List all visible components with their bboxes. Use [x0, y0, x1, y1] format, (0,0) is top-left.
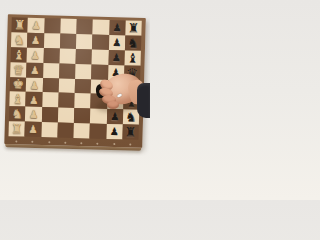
piece-bP: ♟	[111, 67, 121, 78]
square[interactable]	[58, 108, 75, 123]
square[interactable]	[59, 48, 76, 63]
piece-bP: ♟	[111, 82, 121, 93]
square[interactable]	[43, 33, 60, 48]
piece-wP: ♟	[28, 124, 38, 135]
piece-bP: ♟	[111, 52, 121, 63]
square[interactable]	[42, 78, 59, 93]
square[interactable]: ♚	[123, 80, 140, 95]
square[interactable]	[91, 64, 108, 79]
notation-dot	[129, 143, 131, 145]
square[interactable]	[58, 93, 75, 108]
piece-wB: ♝	[13, 48, 25, 61]
square[interactable]	[60, 33, 77, 48]
square[interactable]: ♟	[107, 79, 124, 94]
square[interactable]: ♟	[26, 77, 43, 92]
square[interactable]: ♟	[25, 122, 42, 137]
piece-bP: ♟	[110, 97, 120, 108]
square[interactable]: ♟	[108, 50, 125, 65]
piece-wP: ♟	[29, 109, 39, 120]
piece-wP: ♟	[30, 50, 40, 61]
piece-wR: ♜	[14, 18, 26, 31]
notation-dot	[64, 141, 66, 143]
square[interactable]	[74, 108, 91, 123]
square[interactable]: ♟	[27, 33, 44, 48]
square[interactable]: ♟	[26, 62, 43, 77]
square[interactable]	[43, 48, 60, 63]
square[interactable]: ♟	[106, 109, 123, 124]
piece-bP: ♟	[112, 37, 122, 48]
piece-wB: ♝	[12, 93, 24, 106]
square[interactable]	[60, 19, 77, 34]
square[interactable]: ♟	[108, 65, 125, 80]
square[interactable]	[41, 122, 58, 137]
square[interactable]	[90, 124, 107, 139]
piece-bK: ♚	[126, 81, 138, 94]
square[interactable]	[76, 34, 93, 49]
square[interactable]	[91, 79, 108, 94]
piece-bQ: ♛	[126, 66, 138, 79]
square[interactable]	[58, 78, 75, 93]
notation-dot	[113, 143, 115, 145]
piece-wN: ♞	[11, 107, 23, 120]
square[interactable]	[44, 18, 61, 33]
square[interactable]	[75, 64, 92, 79]
square[interactable]: ♜	[125, 20, 142, 35]
notation-dot	[32, 140, 34, 142]
square[interactable]: ♝	[123, 95, 140, 110]
piece-wP: ♟	[30, 65, 40, 76]
piece-bB: ♝	[127, 51, 139, 64]
square[interactable]: ♞	[9, 106, 26, 121]
square[interactable]: ♟	[109, 20, 126, 35]
piece-bN: ♞	[125, 111, 137, 124]
square[interactable]	[42, 92, 59, 107]
square[interactable]	[43, 63, 60, 78]
square[interactable]: ♟	[25, 107, 42, 122]
piece-bP: ♟	[112, 22, 122, 33]
square[interactable]: ♟	[106, 124, 123, 139]
piece-wP: ♟	[29, 79, 39, 90]
square[interactable]: ♜	[11, 17, 28, 32]
piece-wN: ♞	[13, 33, 25, 46]
square[interactable]: ♟	[27, 47, 44, 62]
board-grid: ♜♟♟♜♞♟♟♞♝♟♟♝♛♟♟♛♚♟♟♚♝♟♟♝♞♟♟♞♜♟♟♜	[8, 17, 141, 140]
notation-dot	[15, 140, 17, 142]
square[interactable]	[93, 19, 110, 34]
square[interactable]: ♞	[125, 35, 142, 50]
piece-bN: ♞	[127, 36, 139, 49]
square[interactable]: ♟	[107, 94, 124, 109]
piece-wR: ♜	[11, 122, 23, 135]
square[interactable]	[92, 34, 109, 49]
square[interactable]	[57, 123, 74, 138]
piece-wQ: ♛	[12, 63, 24, 76]
square[interactable]: ♝	[11, 47, 28, 62]
square[interactable]: ♞	[11, 32, 28, 47]
piece-bR: ♜	[127, 21, 139, 34]
piece-wK: ♚	[12, 78, 24, 91]
notation-dot	[48, 141, 50, 143]
photo-scene: ♜♟♟♜♞♟♟♞♝♟♟♝♛♟♟♛♚♟♟♚♝♟♟♝♞♟♟♞♜♟♟♜	[0, 0, 150, 200]
square[interactable]: ♜	[8, 121, 25, 136]
frame-notation-dots	[15, 139, 131, 145]
square[interactable]	[74, 93, 91, 108]
square[interactable]	[76, 49, 93, 64]
square[interactable]: ♛	[10, 62, 27, 77]
piece-bP: ♟	[109, 126, 119, 137]
notation-dot	[80, 142, 82, 144]
square[interactable]	[73, 123, 90, 138]
square[interactable]: ♟	[26, 92, 43, 107]
notation-dot	[97, 142, 99, 144]
piece-wP: ♟	[31, 20, 41, 31]
piece-bR: ♜	[125, 125, 137, 138]
square[interactable]	[90, 109, 107, 124]
piece-bP: ♟	[110, 111, 120, 122]
board-tilt-wrapper: ♜♟♟♜♞♟♟♞♝♟♟♝♛♟♟♛♚♟♟♚♝♟♟♝♞♟♟♞♜♟♟♜	[4, 14, 146, 152]
square[interactable]: ♝	[124, 50, 141, 65]
square[interactable]	[59, 63, 76, 78]
square[interactable]	[76, 19, 93, 34]
piece-bB: ♝	[125, 96, 137, 109]
square[interactable]: ♚	[10, 77, 27, 92]
square[interactable]: ♝	[9, 92, 26, 107]
square[interactable]	[91, 94, 108, 109]
square[interactable]	[75, 79, 92, 94]
square[interactable]	[92, 49, 109, 64]
piece-wP: ♟	[31, 35, 41, 46]
piece-wP: ♟	[29, 94, 39, 105]
square[interactable]: ♞	[123, 110, 140, 125]
square[interactable]: ♟	[108, 35, 125, 50]
chess-board: ♜♟♟♜♞♟♟♞♝♟♟♝♛♟♟♛♚♟♟♚♝♟♟♝♞♟♟♞♜♟♟♜	[4, 14, 146, 148]
square[interactable]: ♟	[28, 18, 45, 33]
square[interactable]: ♜	[122, 124, 139, 139]
square[interactable]	[41, 107, 58, 122]
square[interactable]: ♛	[124, 65, 141, 80]
